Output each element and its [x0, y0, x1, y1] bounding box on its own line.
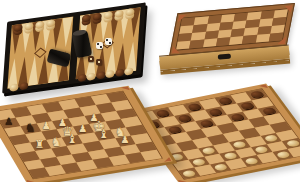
chess-grid: ♟♞♟♟♟♛♟♚♜♞♝♝♞♟	[0, 91, 162, 178]
backgammon-left-half	[7, 17, 72, 89]
chess-board: ♟♞♟♟♟♛♟♚♜♞♝♝♞♟	[0, 86, 173, 182]
checker-disc-light	[275, 151, 291, 159]
chess-square	[141, 150, 162, 161]
backgammon-playing-field	[7, 7, 140, 89]
backgammon-rail-checker	[77, 74, 86, 83]
backgammon-right-half	[75, 7, 140, 79]
chess-piece-wP: ♟	[121, 136, 130, 146]
checkers-grid	[136, 89, 300, 179]
chess-piece-bP: ♟	[5, 117, 14, 127]
checker-disc-light	[213, 163, 229, 171]
chess-corner-inlay-icon	[162, 157, 172, 162]
backgammon-rail-checker	[19, 82, 28, 91]
backgammon-rail-checker	[115, 68, 124, 77]
backgammon-point	[48, 52, 60, 83]
checkers-corner-inlay-icon	[178, 178, 188, 182]
backgammon-rail-checker	[96, 71, 105, 80]
chess-piece-wP: ♟	[79, 124, 88, 134]
chess-piece-wN: ♞	[51, 136, 62, 148]
checker-disc-light	[244, 157, 260, 165]
chess-corner-inlay-icon	[26, 179, 36, 182]
chess-piece-wB: ♝	[99, 129, 110, 141]
checker-disc-light	[182, 169, 198, 177]
chess-piece-wB: ♝	[67, 134, 78, 146]
case-square	[269, 33, 284, 42]
backgammon-rail-checker	[124, 67, 133, 76]
backgammon-rail-checker	[9, 83, 18, 92]
chess-piece-wR: ♜	[35, 139, 45, 150]
backgammon-rail-checker	[105, 70, 114, 79]
backgammon-point	[28, 55, 40, 86]
case-clasp-icon	[218, 54, 231, 60]
chess-piece-bN: ♞	[25, 122, 36, 134]
backgammon-board	[2, 2, 146, 93]
chess-piece-wP: ♟	[42, 121, 51, 131]
product-photo-scene: ♟♞♟♟♟♛♟♚♜♞♝♝♞♟	[0, 0, 300, 182]
backgammon-rail-checker	[86, 72, 95, 81]
case-checker-grid	[176, 9, 288, 49]
folded-chess-case	[151, 0, 299, 84]
